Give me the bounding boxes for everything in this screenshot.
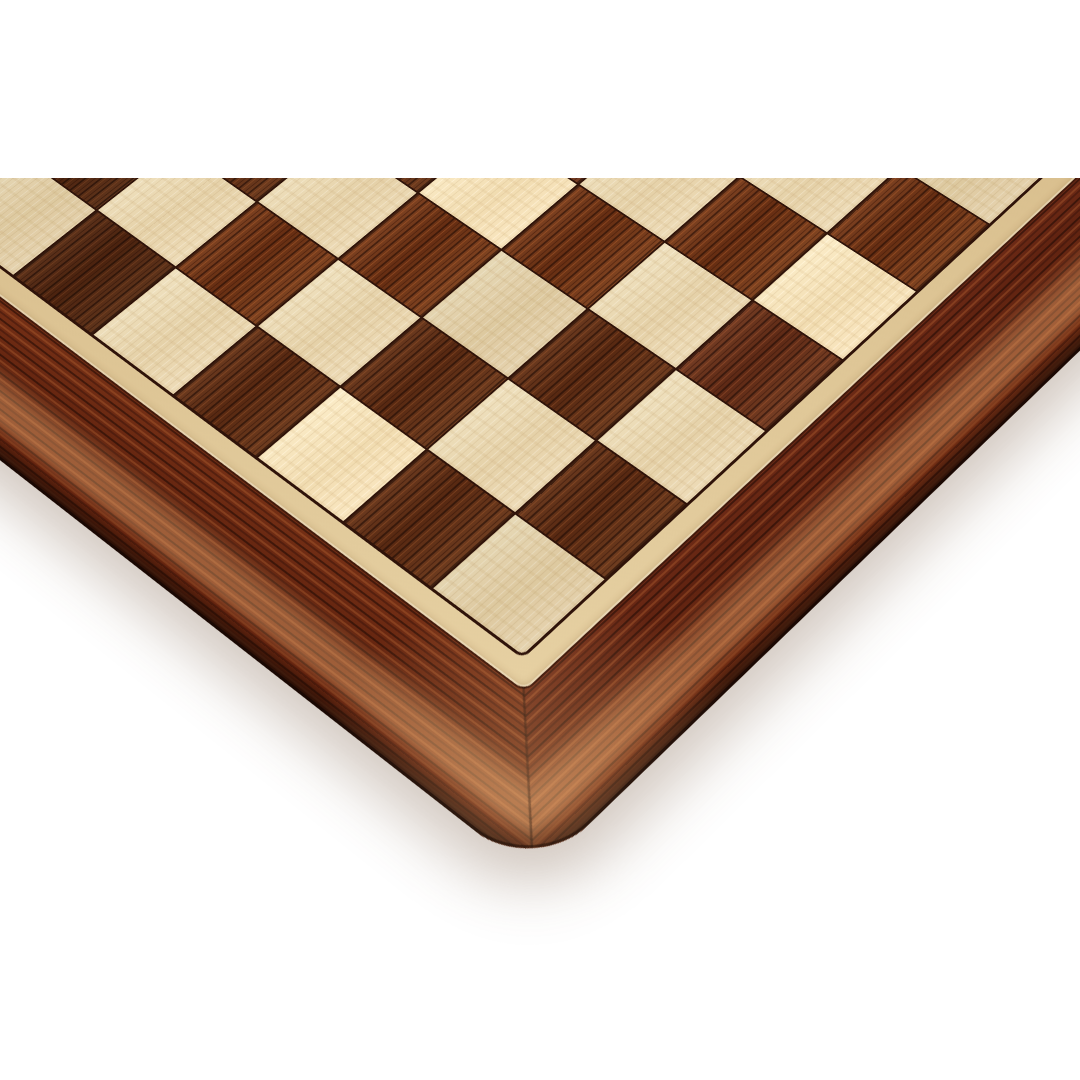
photo-crop-area bbox=[0, 178, 1080, 1080]
chess-board bbox=[0, 178, 1080, 877]
photo-background bbox=[0, 0, 1080, 1080]
